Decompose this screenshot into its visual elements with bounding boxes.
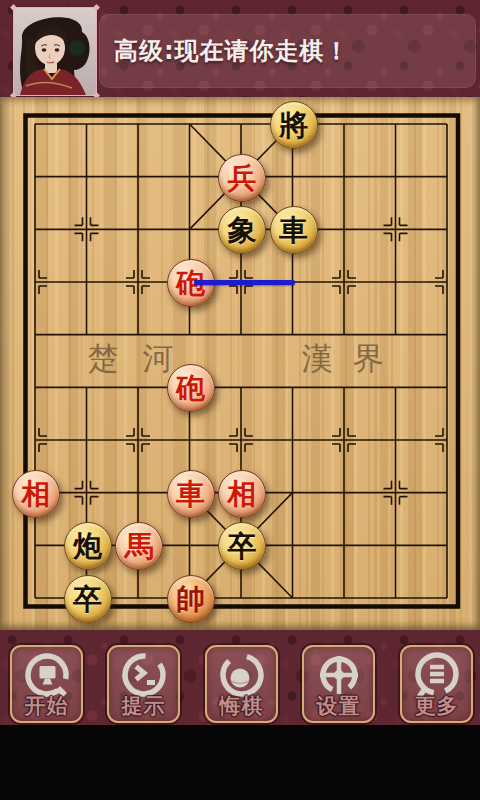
piece-red-elephant-2[interactable]: 相 [218,470,266,518]
xiangqi-board[interactable]: 楚河漢界 將兵象車砲砲相車相炮馬卒卒帥 [0,97,480,632]
header: 高级:现在请你走棋！ [0,0,480,97]
bottom-black-bar [0,725,480,800]
start-button[interactable]: 开始 [10,645,83,723]
piece-red-cannon-2[interactable]: 砲 [167,364,215,412]
hint-button-label: 提示 [109,692,178,720]
svg-text:漢: 漢 [302,340,333,376]
piece-black-soldier-1[interactable]: 卒 [218,522,266,570]
opponent-avatar [13,7,97,96]
piece-red-general[interactable]: 帥 [167,575,215,623]
more-button[interactable]: 更多 [400,645,473,723]
piece-black-elephant[interactable]: 象 [218,206,266,254]
toolbar: 开始 提示 悔棋 [0,630,480,725]
hint-button[interactable]: 提示 [107,645,180,723]
status-message-text: 高级:现在请你走棋！ [99,35,350,67]
piece-red-soldier[interactable]: 兵 [218,154,266,202]
start-button-label: 开始 [12,692,81,720]
woman-portrait-image [14,8,96,95]
piece-black-chariot[interactable]: 車 [270,206,318,254]
settings-button-label: 设置 [304,692,373,720]
piece-black-general[interactable]: 將 [270,101,318,149]
piece-black-soldier-2[interactable]: 卒 [64,575,112,623]
more-button-label: 更多 [402,692,471,720]
settings-button[interactable]: 设置 [302,645,375,723]
last-move-line [194,280,295,285]
piece-red-horse[interactable]: 馬 [115,522,163,570]
piece-red-chariot[interactable]: 車 [167,470,215,518]
svg-text:河: 河 [143,340,174,376]
svg-text:楚: 楚 [88,340,119,376]
piece-red-elephant-1[interactable]: 相 [12,470,60,518]
piece-black-cannon[interactable]: 炮 [64,522,112,570]
undo-button[interactable]: 悔棋 [205,645,278,723]
svg-text:界: 界 [353,340,384,376]
undo-button-label: 悔棋 [207,692,276,720]
app-screen: 高级:现在请你走棋！ 楚河漢界 將兵象車砲砲相車相炮馬卒卒帥 开始 [0,0,480,800]
status-message-bubble: 高级:现在请你走棋！ [99,14,476,88]
